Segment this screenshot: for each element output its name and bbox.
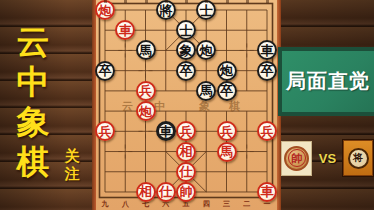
follow-char[interactable]: 注: [63, 165, 81, 183]
red-general-glyph: 帥: [288, 149, 306, 167]
follow-char[interactable]: 关: [63, 147, 81, 165]
top-file-label-cropped: [124, 0, 127, 3]
piece-black-卒[interactable]: 卒: [176, 61, 196, 81]
channel-title-vertical: 云中象棋: [13, 22, 53, 182]
vs-row: 帥 VS 将: [281, 140, 373, 176]
piece-red-馬[interactable]: 馬: [217, 142, 237, 162]
piece-red-兵[interactable]: 兵: [136, 81, 156, 101]
piece-black-馬[interactable]: 馬: [136, 40, 156, 60]
piece-red-兵[interactable]: 兵: [217, 121, 237, 141]
channel-title-char: 中: [13, 62, 53, 102]
river-watermark-char: 云: [122, 99, 133, 114]
black-general-badge: 将: [343, 140, 373, 176]
top-file-label-cropped: [145, 0, 148, 3]
channel-title-char: 象: [13, 102, 53, 142]
piece-red-炮[interactable]: 炮: [136, 101, 156, 121]
channel-title-char: 云: [13, 22, 53, 62]
xiangqi-board[interactable]: 云中象棋 九八七六五四三二一 炮車兵炮兵兵兵兵相馬仕相仕帥車將士士馬象炮車卒卒炮…: [96, 0, 277, 210]
file-label: 四: [199, 199, 213, 209]
top-file-label-cropped: [246, 0, 249, 3]
top-file-label-cropped: [226, 0, 229, 3]
piece-red-相[interactable]: 相: [176, 142, 196, 162]
piece-red-帥[interactable]: 帥: [176, 182, 196, 202]
top-file-label-cropped: [165, 0, 168, 3]
video-frame: 云中象棋 关注 云中象棋 九八七六五四三二一 炮車兵炮兵兵兵兵相馬仕相仕帥車將士…: [0, 0, 374, 210]
piece-black-馬[interactable]: 馬: [196, 81, 216, 101]
file-label: 二: [240, 199, 254, 209]
file-label: 三: [220, 199, 234, 209]
piece-red-相[interactable]: 相: [136, 182, 156, 202]
piece-red-仕[interactable]: 仕: [156, 182, 176, 202]
piece-black-將[interactable]: 將: [156, 0, 176, 20]
piece-red-仕[interactable]: 仕: [176, 162, 196, 182]
top-file-label-cropped: [185, 0, 188, 3]
vs-label: VS: [312, 151, 343, 166]
piece-black-車[interactable]: 車: [156, 121, 176, 141]
caption-chalkboard: 局面直觉: [278, 47, 374, 116]
top-file-label-cropped: [266, 0, 269, 3]
river-watermark-char: 中: [154, 99, 165, 114]
black-general-glyph: 将: [353, 151, 363, 165]
piece-red-炮[interactable]: 炮: [95, 0, 115, 20]
file-label: 九: [98, 199, 112, 209]
caption-text: 局面直觉: [286, 68, 370, 95]
top-file-label-cropped: [104, 0, 107, 3]
river-watermark-char: 棋: [229, 99, 240, 114]
file-label: 八: [118, 199, 132, 209]
top-file-label-cropped: [205, 0, 208, 3]
piece-black-炮[interactable]: 炮: [217, 61, 237, 81]
red-general-badge: 帥: [281, 141, 312, 176]
piece-black-卒[interactable]: 卒: [257, 61, 277, 81]
red-general-piece-icon: 帥: [284, 146, 309, 171]
piece-black-卒[interactable]: 卒: [95, 61, 115, 81]
channel-title-char: 棋: [13, 142, 53, 182]
piece-black-卒[interactable]: 卒: [217, 81, 237, 101]
follow-button[interactable]: 关注: [63, 147, 81, 183]
river-watermark-char: 象: [199, 99, 210, 114]
black-general-piece-icon: 将: [348, 148, 369, 169]
piece-red-車[interactable]: 車: [257, 182, 277, 202]
